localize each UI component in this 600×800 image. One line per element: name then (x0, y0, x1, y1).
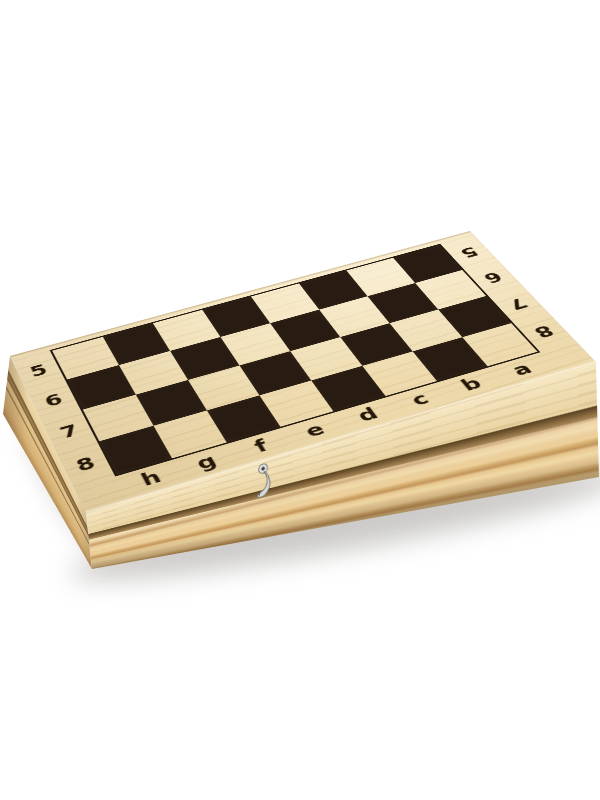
latch-hook-icon (253, 460, 275, 502)
product-photo-scene: 5678 5678 hgfedcba (0, 0, 600, 800)
